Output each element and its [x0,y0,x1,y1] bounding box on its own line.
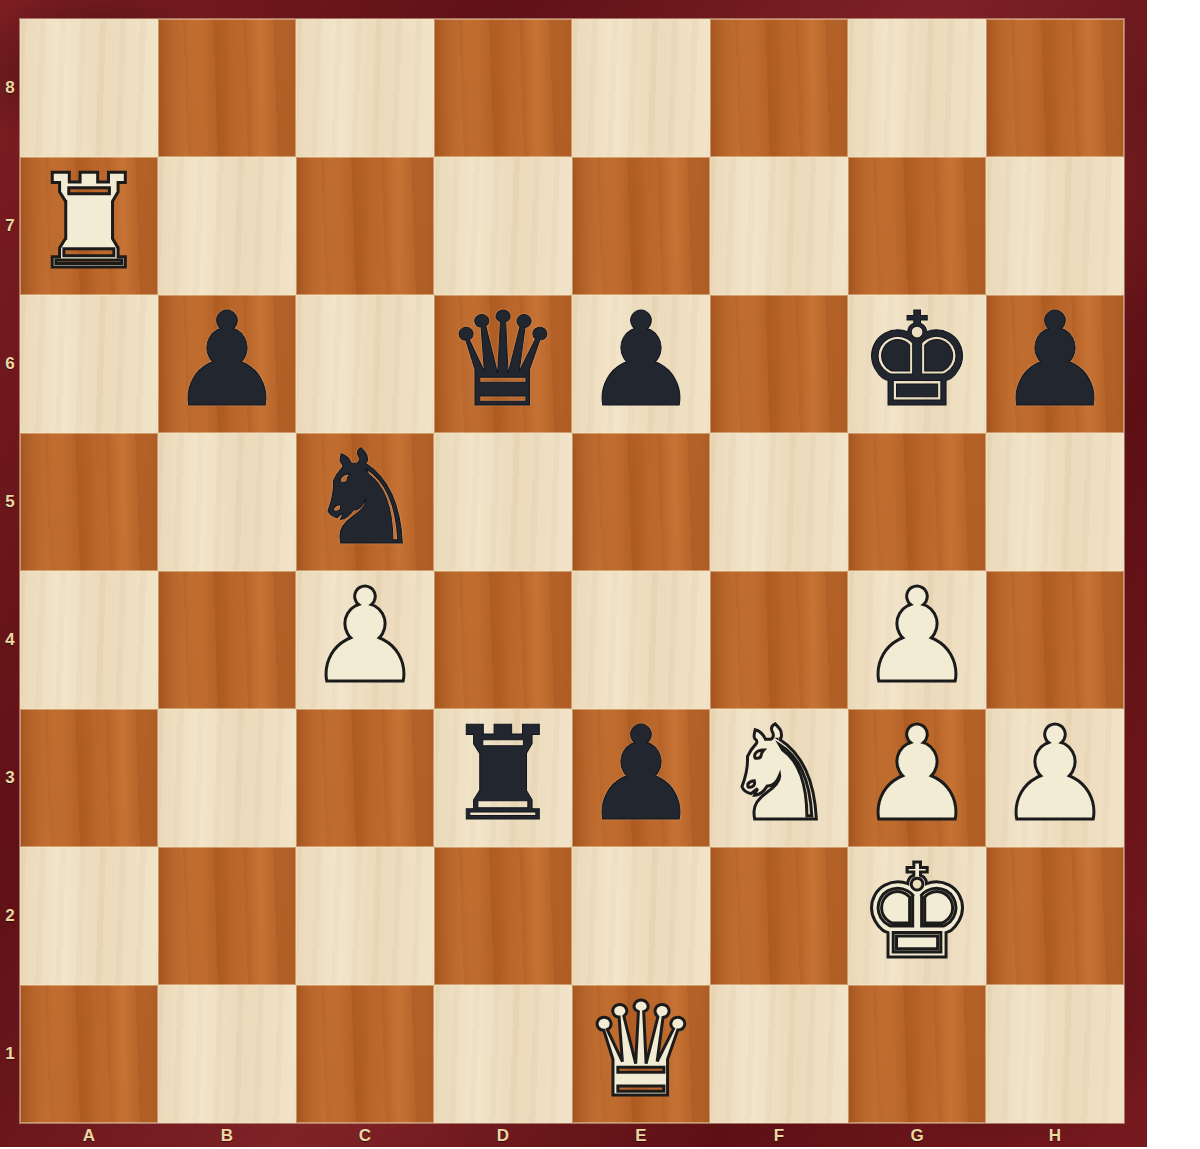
square-d3[interactable]: ♜ [434,709,572,847]
square-g7[interactable] [848,157,986,295]
square-c1[interactable] [296,985,434,1123]
rank-label-4: 4 [0,571,20,709]
square-c7[interactable] [296,157,434,295]
square-b1[interactable] [158,985,296,1123]
square-d7[interactable] [434,157,572,295]
rank-label-5: 5 [0,433,20,571]
white-pawn[interactable]: ♟ [859,571,976,701]
square-h1[interactable] [986,985,1124,1123]
square-f1[interactable] [710,985,848,1123]
board-frame: 87654321 ABCDEFGH ♜♟♛♟♚♟♞♟♟♜♟♞♟♟♚♛ [0,0,1147,1147]
square-a1[interactable] [20,985,158,1123]
white-knight[interactable]: ♞ [721,709,838,839]
file-label-e: E [572,1124,710,1147]
square-b8[interactable] [158,19,296,157]
square-b2[interactable] [158,847,296,985]
square-f2[interactable] [710,847,848,985]
white-pawn[interactable]: ♟ [307,571,424,701]
square-f6[interactable] [710,295,848,433]
square-g8[interactable] [848,19,986,157]
square-a3[interactable] [20,709,158,847]
square-e4[interactable] [572,571,710,709]
rank-label-6: 6 [0,295,20,433]
black-pawn[interactable]: ♟ [583,709,700,839]
square-e7[interactable] [572,157,710,295]
square-a6[interactable] [20,295,158,433]
file-label-c: C [296,1124,434,1147]
square-g5[interactable] [848,433,986,571]
square-e1[interactable]: ♛ [572,985,710,1123]
white-rook[interactable]: ♜ [31,157,148,287]
square-d6[interactable]: ♛ [434,295,572,433]
square-c3[interactable] [296,709,434,847]
square-h7[interactable] [986,157,1124,295]
chess-diagram: 87654321 ABCDEFGH ♜♟♛♟♚♟♞♟♟♜♟♞♟♟♚♛ [0,0,1200,1149]
white-pawn[interactable]: ♟ [859,709,976,839]
rank-label-2: 2 [0,847,20,985]
square-a7[interactable]: ♜ [20,157,158,295]
square-f4[interactable] [710,571,848,709]
black-pawn[interactable]: ♟ [169,295,286,425]
black-rook[interactable]: ♜ [445,709,562,839]
rank-label-3: 3 [0,709,20,847]
square-c4[interactable]: ♟ [296,571,434,709]
white-pawn[interactable]: ♟ [997,709,1114,839]
square-e6[interactable]: ♟ [572,295,710,433]
square-h5[interactable] [986,433,1124,571]
square-g3[interactable]: ♟ [848,709,986,847]
square-d8[interactable] [434,19,572,157]
square-d5[interactable] [434,433,572,571]
square-g6[interactable]: ♚ [848,295,986,433]
square-h2[interactable] [986,847,1124,985]
square-e3[interactable]: ♟ [572,709,710,847]
chess-board: ♜♟♛♟♚♟♞♟♟♜♟♞♟♟♚♛ [20,19,1124,1123]
rank-coordinates: 87654321 [0,19,20,1123]
square-a2[interactable] [20,847,158,985]
file-label-b: B [158,1124,296,1147]
square-b3[interactable] [158,709,296,847]
file-label-f: F [710,1124,848,1147]
square-a8[interactable] [20,19,158,157]
file-label-g: G [848,1124,986,1147]
square-c6[interactable] [296,295,434,433]
square-f5[interactable] [710,433,848,571]
black-pawn[interactable]: ♟ [997,295,1114,425]
square-g2[interactable]: ♚ [848,847,986,985]
square-h4[interactable] [986,571,1124,709]
file-coordinates: ABCDEFGH [20,1124,1124,1147]
square-h3[interactable]: ♟ [986,709,1124,847]
square-c5[interactable]: ♞ [296,433,434,571]
square-e2[interactable] [572,847,710,985]
square-f3[interactable]: ♞ [710,709,848,847]
rank-label-1: 1 [0,985,20,1123]
square-e5[interactable] [572,433,710,571]
square-g4[interactable]: ♟ [848,571,986,709]
square-f8[interactable] [710,19,848,157]
square-d4[interactable] [434,571,572,709]
square-d1[interactable] [434,985,572,1123]
square-a5[interactable] [20,433,158,571]
file-label-d: D [434,1124,572,1147]
black-king[interactable]: ♚ [859,295,976,425]
square-b5[interactable] [158,433,296,571]
white-queen[interactable]: ♛ [583,985,700,1115]
black-pawn[interactable]: ♟ [583,295,700,425]
square-a4[interactable] [20,571,158,709]
square-b7[interactable] [158,157,296,295]
file-label-a: A [20,1124,158,1147]
rank-label-8: 8 [0,19,20,157]
square-g1[interactable] [848,985,986,1123]
black-queen[interactable]: ♛ [445,295,562,425]
square-f7[interactable] [710,157,848,295]
square-e8[interactable] [572,19,710,157]
black-knight[interactable]: ♞ [307,433,424,563]
white-king[interactable]: ♚ [859,847,976,977]
file-label-h: H [986,1124,1124,1147]
square-d2[interactable] [434,847,572,985]
square-c8[interactable] [296,19,434,157]
square-b6[interactable]: ♟ [158,295,296,433]
square-b4[interactable] [158,571,296,709]
square-h8[interactable] [986,19,1124,157]
square-h6[interactable]: ♟ [986,295,1124,433]
rank-label-7: 7 [0,157,20,295]
square-c2[interactable] [296,847,434,985]
